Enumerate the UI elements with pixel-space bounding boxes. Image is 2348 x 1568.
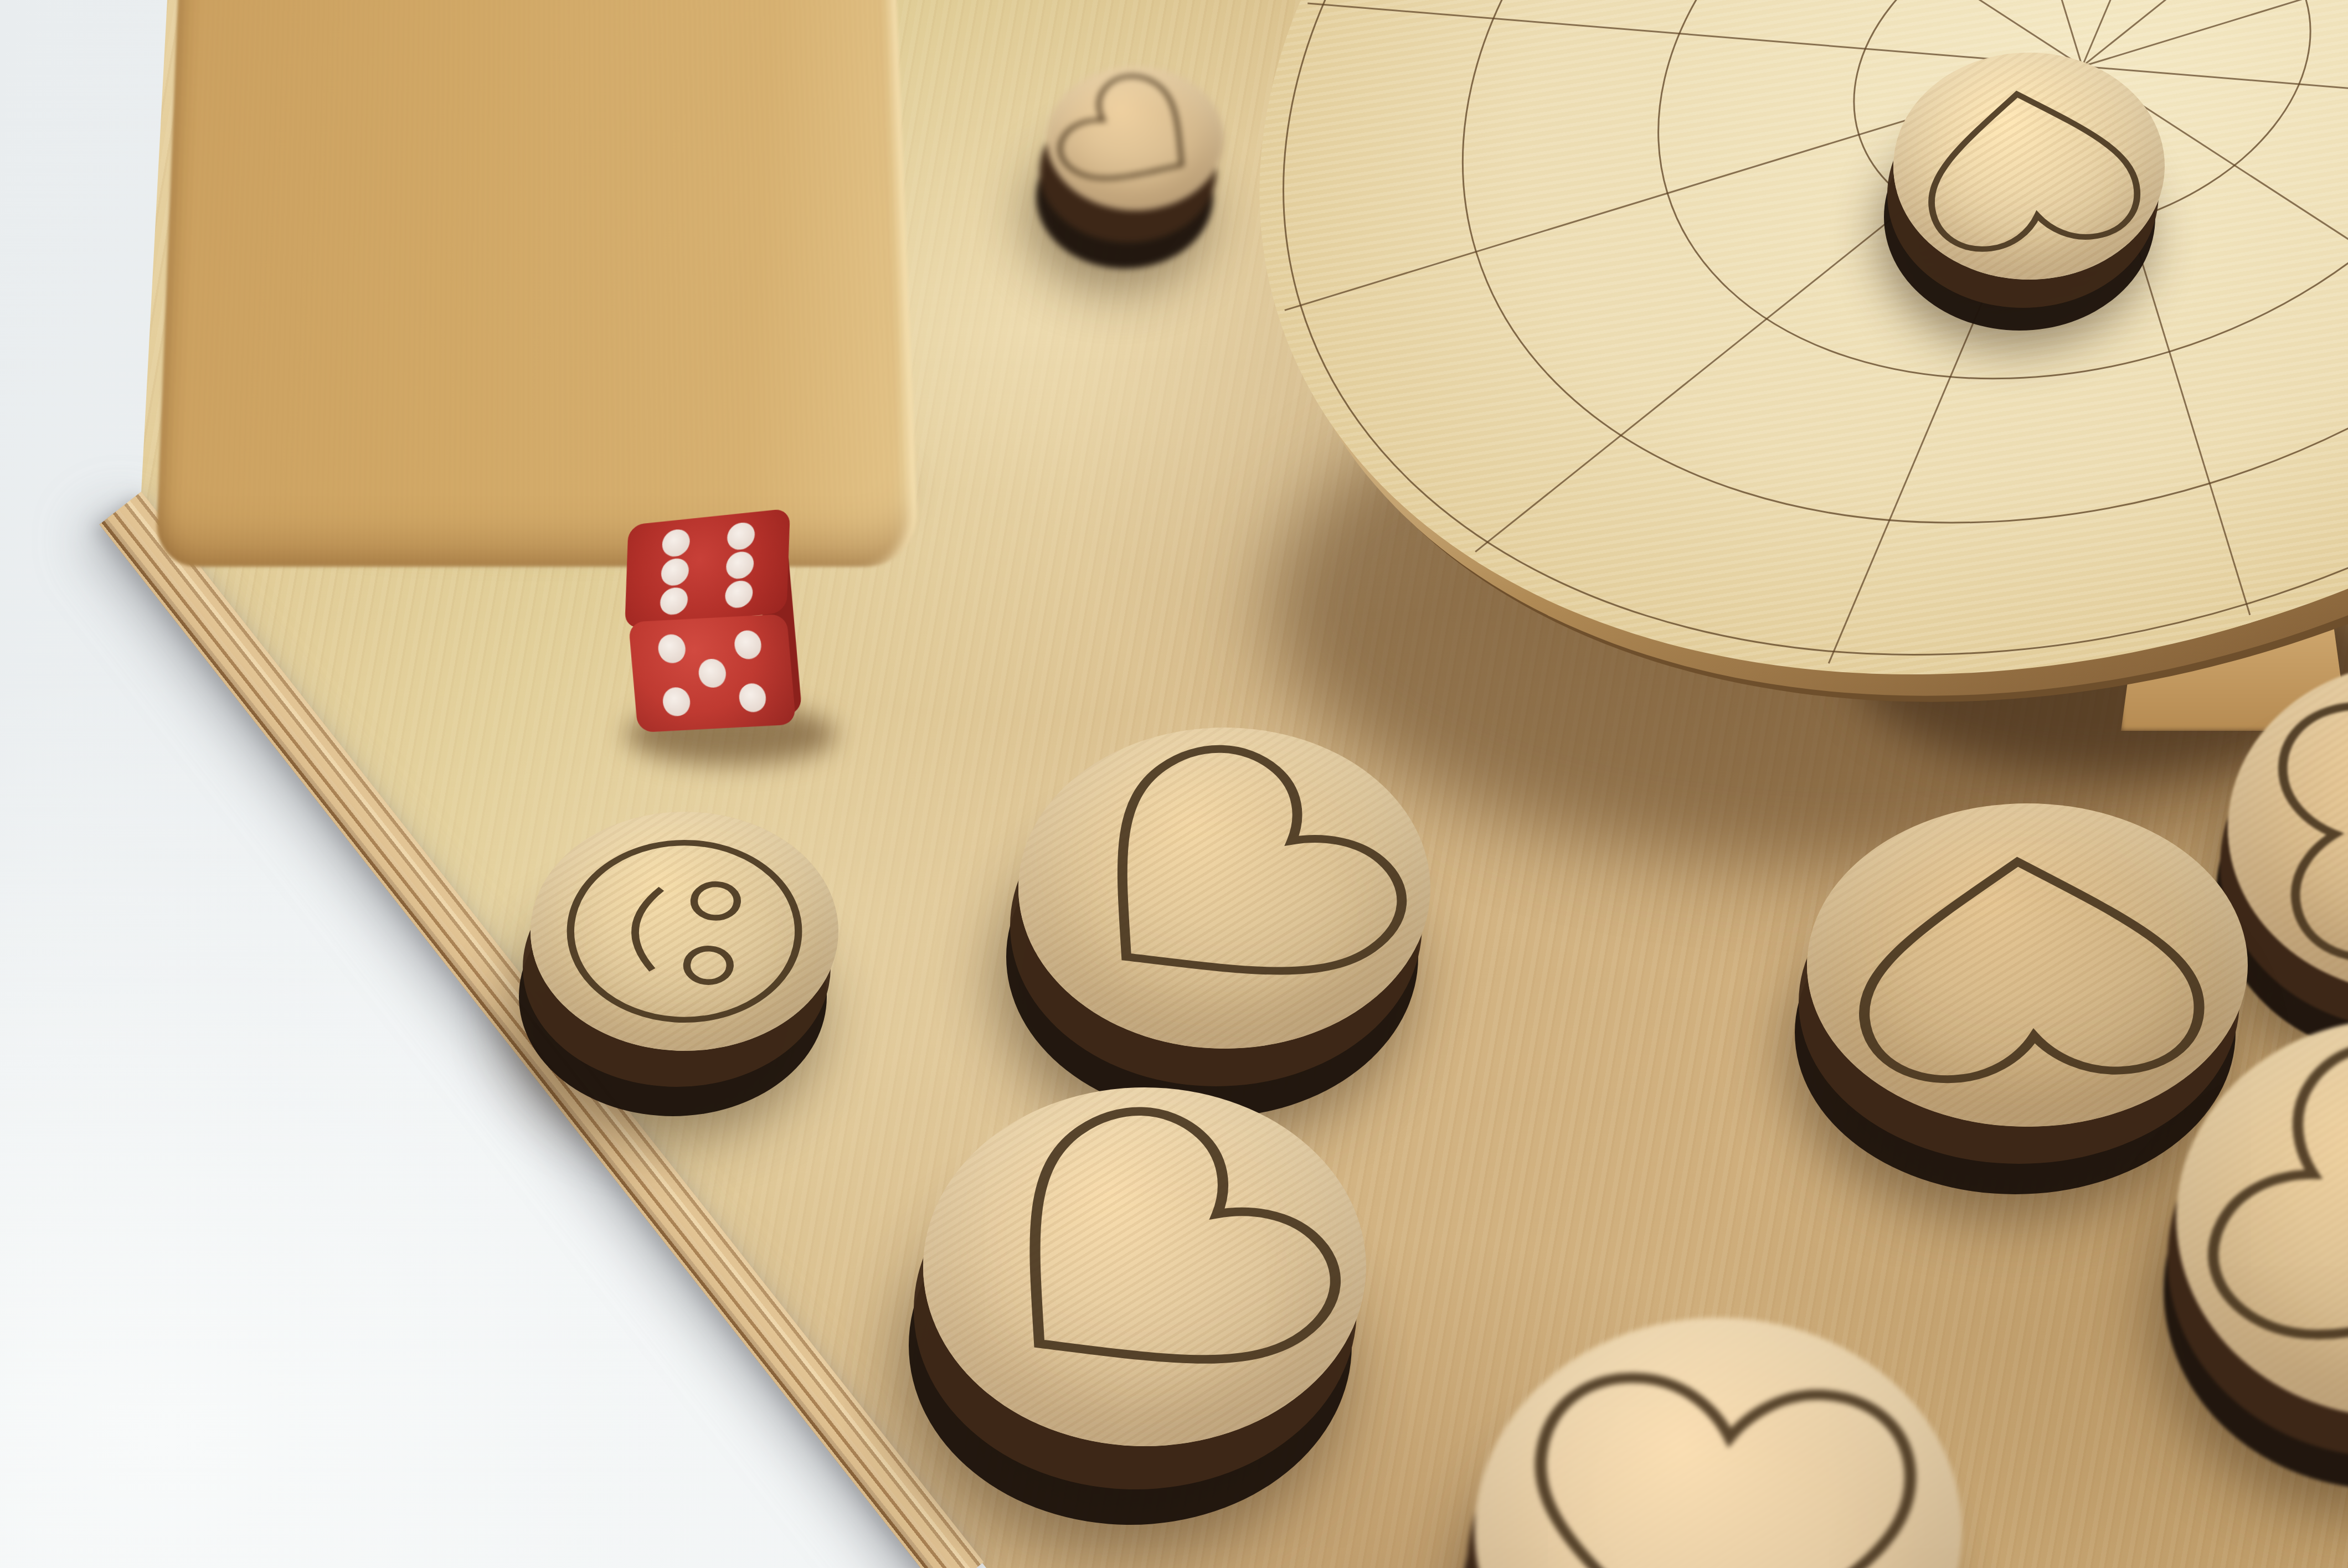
token-heart-center[interactable] (1018, 728, 1430, 1049)
token-heart-on-spinner[interactable] (1893, 53, 2165, 280)
photo-stage (0, 0, 2348, 1568)
heart-engraving-icon (923, 1087, 1366, 1446)
die-pip (661, 557, 689, 587)
token-smiley[interactable] (531, 812, 838, 1051)
die-pip (727, 521, 755, 551)
heart-engraving-icon (1893, 53, 2165, 280)
token-heart-corner[interactable] (2176, 1019, 2348, 1417)
heart-engraving-icon (1018, 728, 1430, 1049)
heart-engraving-icon (1047, 66, 1224, 210)
die-pip (725, 550, 754, 580)
heart-engraving-icon (1475, 1318, 1962, 1568)
smiley-engraving-icon (531, 812, 838, 1051)
die-pip (698, 658, 727, 688)
die-pip (724, 580, 753, 610)
die-pip (657, 634, 687, 664)
die-front-face (629, 614, 796, 733)
token-heart-front[interactable] (923, 1087, 1366, 1446)
die[interactable] (621, 510, 801, 739)
die-top-face (625, 508, 790, 629)
die-pip (662, 687, 691, 716)
die-pip (738, 683, 767, 713)
die-pip (660, 586, 688, 616)
token-heart-bottom[interactable] (1475, 1318, 1962, 1568)
upright-gate-board (155, 0, 919, 567)
heart-engraving-icon (2176, 1019, 2348, 1417)
token-heart-far[interactable] (1047, 66, 1224, 210)
die-pip (662, 528, 690, 558)
die-pip (733, 630, 763, 659)
